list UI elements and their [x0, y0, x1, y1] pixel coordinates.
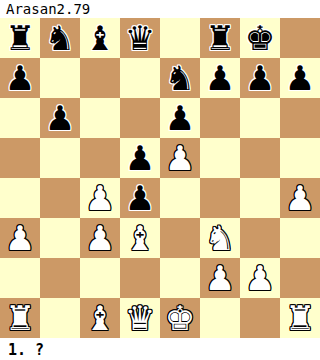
piece-white-rook: ♜ — [5, 298, 35, 338]
square-h3[interactable] — [280, 218, 320, 258]
piece-black-bishop: ♝ — [85, 18, 115, 58]
square-h2[interactable] — [280, 258, 320, 298]
piece-white-pawn: ♟ — [85, 178, 115, 218]
square-e5[interactable]: ♟ — [160, 138, 200, 178]
square-f6[interactable] — [200, 98, 240, 138]
square-g6[interactable] — [240, 98, 280, 138]
square-b1[interactable] — [40, 298, 80, 338]
square-e6[interactable]: ♟ — [160, 98, 200, 138]
square-g3[interactable] — [240, 218, 280, 258]
square-g4[interactable] — [240, 178, 280, 218]
piece-white-king: ♚ — [165, 298, 195, 338]
square-a4[interactable] — [0, 178, 40, 218]
square-f7[interactable]: ♟ — [200, 58, 240, 98]
square-e1[interactable]: ♚ — [160, 298, 200, 338]
move-prompt: 1. ? — [0, 338, 320, 360]
square-d7[interactable] — [120, 58, 160, 98]
piece-white-pawn: ♟ — [205, 258, 235, 298]
square-b6[interactable]: ♟ — [40, 98, 80, 138]
square-f5[interactable] — [200, 138, 240, 178]
square-c5[interactable] — [80, 138, 120, 178]
piece-black-pawn: ♟ — [165, 98, 195, 138]
square-a1[interactable]: ♜ — [0, 298, 40, 338]
piece-black-pawn: ♟ — [245, 58, 275, 98]
square-h6[interactable] — [280, 98, 320, 138]
square-h5[interactable] — [280, 138, 320, 178]
piece-white-pawn: ♟ — [245, 258, 275, 298]
square-c1[interactable]: ♝ — [80, 298, 120, 338]
square-a2[interactable] — [0, 258, 40, 298]
square-a3[interactable]: ♟ — [0, 218, 40, 258]
square-d8[interactable]: ♛ — [120, 18, 160, 58]
square-d4[interactable]: ♟ — [120, 178, 160, 218]
square-a6[interactable] — [0, 98, 40, 138]
piece-black-knight: ♞ — [45, 18, 75, 58]
piece-black-pawn: ♟ — [125, 178, 155, 218]
square-h8[interactable] — [280, 18, 320, 58]
square-f8[interactable]: ♜ — [200, 18, 240, 58]
square-f1[interactable] — [200, 298, 240, 338]
square-e2[interactable] — [160, 258, 200, 298]
square-d6[interactable] — [120, 98, 160, 138]
chess-board: ♜♞♝♛♜♚♟♞♟♟♟♟♟♟♟♟♟♟♟♟♝♞♟♟♜♝♛♚♜ — [0, 18, 320, 338]
square-b2[interactable] — [40, 258, 80, 298]
square-g8[interactable]: ♚ — [240, 18, 280, 58]
square-b3[interactable] — [40, 218, 80, 258]
window-title: Arasan2.79 — [0, 0, 320, 18]
square-d2[interactable] — [120, 258, 160, 298]
piece-black-pawn: ♟ — [285, 58, 315, 98]
piece-white-bishop: ♝ — [85, 298, 115, 338]
square-f2[interactable]: ♟ — [200, 258, 240, 298]
square-b5[interactable] — [40, 138, 80, 178]
square-e4[interactable] — [160, 178, 200, 218]
square-a5[interactable] — [0, 138, 40, 178]
square-d3[interactable]: ♝ — [120, 218, 160, 258]
square-g7[interactable]: ♟ — [240, 58, 280, 98]
piece-black-king: ♚ — [245, 18, 275, 58]
piece-white-rook: ♜ — [285, 298, 315, 338]
square-c3[interactable]: ♟ — [80, 218, 120, 258]
square-h1[interactable]: ♜ — [280, 298, 320, 338]
square-e3[interactable] — [160, 218, 200, 258]
square-b8[interactable]: ♞ — [40, 18, 80, 58]
square-c6[interactable] — [80, 98, 120, 138]
piece-black-knight: ♞ — [165, 58, 195, 98]
square-a8[interactable]: ♜ — [0, 18, 40, 58]
piece-white-pawn: ♟ — [85, 218, 115, 258]
square-g2[interactable]: ♟ — [240, 258, 280, 298]
square-c8[interactable]: ♝ — [80, 18, 120, 58]
piece-black-pawn: ♟ — [125, 138, 155, 178]
square-d5[interactable]: ♟ — [120, 138, 160, 178]
square-g5[interactable] — [240, 138, 280, 178]
piece-white-queen: ♛ — [125, 298, 155, 338]
piece-black-pawn: ♟ — [205, 58, 235, 98]
square-d1[interactable]: ♛ — [120, 298, 160, 338]
square-b4[interactable] — [40, 178, 80, 218]
square-c2[interactable] — [80, 258, 120, 298]
piece-black-rook: ♜ — [205, 18, 235, 58]
piece-white-pawn: ♟ — [5, 218, 35, 258]
square-h4[interactable]: ♟ — [280, 178, 320, 218]
piece-black-pawn: ♟ — [5, 58, 35, 98]
square-f3[interactable]: ♞ — [200, 218, 240, 258]
square-g1[interactable] — [240, 298, 280, 338]
square-e8[interactable] — [160, 18, 200, 58]
piece-white-pawn: ♟ — [165, 138, 195, 178]
square-c4[interactable]: ♟ — [80, 178, 120, 218]
square-b7[interactable] — [40, 58, 80, 98]
piece-black-queen: ♛ — [125, 18, 155, 58]
square-e7[interactable]: ♞ — [160, 58, 200, 98]
piece-white-pawn: ♟ — [285, 178, 315, 218]
piece-white-knight: ♞ — [205, 218, 235, 258]
square-a7[interactable]: ♟ — [0, 58, 40, 98]
square-f4[interactable] — [200, 178, 240, 218]
square-h7[interactable]: ♟ — [280, 58, 320, 98]
square-c7[interactable] — [80, 58, 120, 98]
piece-white-bishop: ♝ — [125, 218, 155, 258]
piece-black-rook: ♜ — [5, 18, 35, 58]
piece-black-pawn: ♟ — [45, 98, 75, 138]
